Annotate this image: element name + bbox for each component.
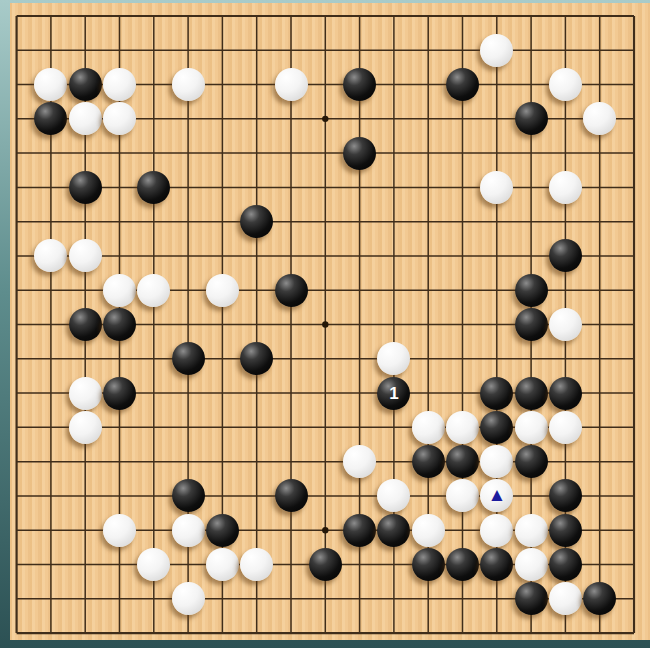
page-background: 1▲ [0,0,650,648]
go-board[interactable] [10,3,650,640]
